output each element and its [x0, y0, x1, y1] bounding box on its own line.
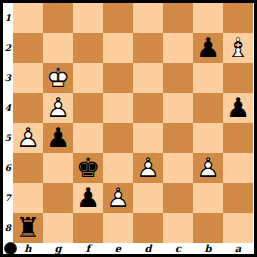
- square-f6[interactable]: ♚: [73, 153, 103, 183]
- square-g6[interactable]: [43, 153, 73, 183]
- square-d1[interactable]: [133, 3, 163, 33]
- square-h3[interactable]: [13, 63, 43, 93]
- square-d8[interactable]: [133, 213, 163, 243]
- black-pawn-piece[interactable]: ♟: [73, 183, 103, 213]
- white-pawn-piece[interactable]: ♟♙: [43, 93, 73, 123]
- square-b8[interactable]: [193, 213, 223, 243]
- file-label-g: g: [43, 243, 73, 254]
- white-pawn-piece[interactable]: ♟♙: [193, 153, 223, 183]
- square-d4[interactable]: [133, 93, 163, 123]
- chess-board-diagram: 12345678 ♟♝♗♚♔♟♙♟♟♙♟♚♟♙♟♙♟♟♙♜ hgfedcba: [0, 0, 257, 257]
- square-f3[interactable]: [73, 63, 103, 93]
- square-b3[interactable]: [193, 63, 223, 93]
- square-a1[interactable]: [223, 3, 253, 33]
- rank-label-2: 2: [3, 33, 13, 63]
- file-labels: hgfedcba: [13, 243, 253, 254]
- black-king-piece[interactable]: ♚: [73, 153, 103, 183]
- square-b4[interactable]: [193, 93, 223, 123]
- square-f5[interactable]: [73, 123, 103, 153]
- square-f1[interactable]: [73, 3, 103, 33]
- square-h5[interactable]: ♟♙: [13, 123, 43, 153]
- rank-label-1: 1: [3, 3, 13, 33]
- rank-label-4: 4: [3, 93, 13, 123]
- rank-label-8: 8: [3, 213, 13, 243]
- square-f4[interactable]: [73, 93, 103, 123]
- black-pawn-piece[interactable]: ♟: [43, 123, 73, 153]
- square-b5[interactable]: [193, 123, 223, 153]
- rank-labels: 12345678: [3, 3, 13, 243]
- square-e6[interactable]: [103, 153, 133, 183]
- square-e1[interactable]: [103, 3, 133, 33]
- black-rook-piece[interactable]: ♜: [13, 213, 43, 243]
- file-label-h: h: [13, 243, 43, 254]
- square-f2[interactable]: [73, 33, 103, 63]
- square-g3[interactable]: ♚♔: [43, 63, 73, 93]
- square-h2[interactable]: [13, 33, 43, 63]
- square-g2[interactable]: [43, 33, 73, 63]
- square-d7[interactable]: [133, 183, 163, 213]
- file-label-e: e: [103, 243, 133, 254]
- square-a7[interactable]: [223, 183, 253, 213]
- square-g5[interactable]: ♟: [43, 123, 73, 153]
- side-to-move-indicator: [4, 242, 17, 255]
- square-a8[interactable]: [223, 213, 253, 243]
- square-e5[interactable]: [103, 123, 133, 153]
- black-pawn-piece[interactable]: ♟: [193, 33, 223, 63]
- square-c5[interactable]: [163, 123, 193, 153]
- square-e3[interactable]: [103, 63, 133, 93]
- white-pawn-piece[interactable]: ♟♙: [133, 153, 163, 183]
- square-d5[interactable]: [133, 123, 163, 153]
- square-c2[interactable]: [163, 33, 193, 63]
- square-b6[interactable]: ♟♙: [193, 153, 223, 183]
- black-pawn-piece[interactable]: ♟: [223, 93, 253, 123]
- rank-label-6: 6: [3, 153, 13, 183]
- square-b2[interactable]: ♟: [193, 33, 223, 63]
- square-a4[interactable]: ♟: [223, 93, 253, 123]
- square-g7[interactable]: [43, 183, 73, 213]
- square-e8[interactable]: [103, 213, 133, 243]
- file-label-d: d: [133, 243, 163, 254]
- square-g1[interactable]: [43, 3, 73, 33]
- rank-label-7: 7: [3, 183, 13, 213]
- square-a5[interactable]: [223, 123, 253, 153]
- square-f8[interactable]: [73, 213, 103, 243]
- square-g8[interactable]: [43, 213, 73, 243]
- white-pawn-piece[interactable]: ♟♙: [103, 183, 133, 213]
- file-label-c: c: [163, 243, 193, 254]
- file-label-b: b: [193, 243, 223, 254]
- square-a6[interactable]: [223, 153, 253, 183]
- square-c3[interactable]: [163, 63, 193, 93]
- square-c7[interactable]: [163, 183, 193, 213]
- chess-board: ♟♝♗♚♔♟♙♟♟♙♟♚♟♙♟♙♟♟♙♜: [13, 3, 253, 243]
- square-g4[interactable]: ♟♙: [43, 93, 73, 123]
- square-h8[interactable]: ♜: [13, 213, 43, 243]
- square-c4[interactable]: [163, 93, 193, 123]
- square-h4[interactable]: [13, 93, 43, 123]
- square-c8[interactable]: [163, 213, 193, 243]
- rank-label-5: 5: [3, 123, 13, 153]
- white-pawn-piece[interactable]: ♟♙: [13, 123, 43, 153]
- square-b1[interactable]: [193, 3, 223, 33]
- square-h7[interactable]: [13, 183, 43, 213]
- square-e2[interactable]: [103, 33, 133, 63]
- file-label-a: a: [223, 243, 253, 254]
- square-e4[interactable]: [103, 93, 133, 123]
- white-king-piece[interactable]: ♚♔: [43, 63, 73, 93]
- square-b7[interactable]: [193, 183, 223, 213]
- square-h1[interactable]: [13, 3, 43, 33]
- square-c6[interactable]: [163, 153, 193, 183]
- file-label-f: f: [73, 243, 103, 254]
- square-d2[interactable]: [133, 33, 163, 63]
- square-d3[interactable]: [133, 63, 163, 93]
- rank-label-3: 3: [3, 63, 13, 93]
- square-a3[interactable]: [223, 63, 253, 93]
- square-e7[interactable]: ♟♙: [103, 183, 133, 213]
- square-a2[interactable]: ♝♗: [223, 33, 253, 63]
- square-c1[interactable]: [163, 3, 193, 33]
- square-d6[interactable]: ♟♙: [133, 153, 163, 183]
- square-h6[interactable]: [13, 153, 43, 183]
- square-f7[interactable]: ♟: [73, 183, 103, 213]
- white-bishop-piece[interactable]: ♝♗: [223, 33, 253, 63]
